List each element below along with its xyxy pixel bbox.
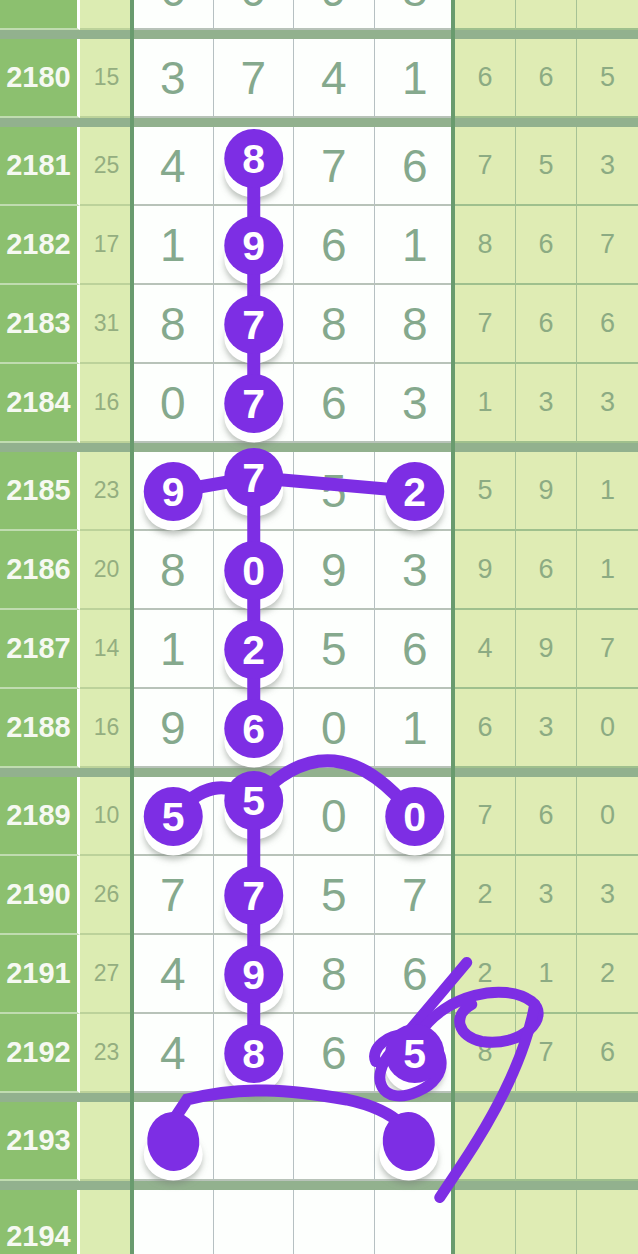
period-cell: 2181 xyxy=(0,127,80,206)
main-digit-cell[interactable]: 5 xyxy=(133,777,214,856)
period-cell: 2185 xyxy=(0,452,80,531)
extra-digit-cell: 7 xyxy=(455,127,516,206)
lottery-trend-chart-board: 2179236098034218015374166521812548767532… xyxy=(0,0,638,1254)
sum-cell: 25 xyxy=(80,127,133,206)
extra-digit-cell: 1 xyxy=(577,452,638,531)
extra-digit-cell: 0 xyxy=(455,0,516,30)
main-digit-cell[interactable]: 7 xyxy=(133,856,214,935)
extra-digit-cell: 0 xyxy=(577,689,638,768)
extra-digit-cell xyxy=(577,1102,638,1181)
main-digit-cell[interactable]: 6 xyxy=(133,0,214,30)
extra-digit-cell: 4 xyxy=(455,610,516,689)
extra-digit-cell: 6 xyxy=(516,39,577,118)
extra-digit-cell xyxy=(455,1190,516,1254)
extra-digit-cell: 9 xyxy=(516,452,577,531)
main-digit-cell[interactable]: 0 xyxy=(294,689,375,768)
sum-cell: 10 xyxy=(80,777,133,856)
main-digit-cell[interactable]: 7 xyxy=(375,856,456,935)
main-digit-cell[interactable]: 6 xyxy=(294,206,375,285)
main-digit-cell[interactable]: 1 xyxy=(133,206,214,285)
main-digit-cell[interactable]: 1 xyxy=(375,689,456,768)
main-digit-cell[interactable]: 0 xyxy=(214,531,295,610)
row-2184: 2184160763133 xyxy=(0,364,638,443)
main-digit-cell[interactable] xyxy=(375,1102,456,1181)
main-digit-cell[interactable]: 8 xyxy=(133,531,214,610)
extra-digit-cell: 2 xyxy=(577,935,638,1014)
period-cell: 2193 xyxy=(0,1102,80,1181)
sum-cell: 14 xyxy=(80,610,133,689)
sum-cell xyxy=(80,1190,133,1254)
main-digit-cell[interactable] xyxy=(133,1190,214,1254)
extra-digit-cell: 9 xyxy=(455,531,516,610)
main-digit-cell[interactable]: 0 xyxy=(214,0,295,30)
period-cell: 2182 xyxy=(0,206,80,285)
extra-digit-cell: 3 xyxy=(516,689,577,768)
period-cell: 2194 xyxy=(0,1190,80,1254)
extra-digit-cell: 6 xyxy=(577,285,638,364)
row-2183: 2183318788766 xyxy=(0,285,638,364)
group-separator xyxy=(0,118,638,127)
row-2192: 2192234865876 xyxy=(0,1014,638,1093)
extra-digit-cell: 3 xyxy=(516,364,577,443)
extra-digit-cell: 6 xyxy=(577,1014,638,1093)
main-digit-cell[interactable]: 3 xyxy=(375,364,456,443)
extra-digit-cell: 8 xyxy=(455,1014,516,1093)
main-digit-cell[interactable]: 0 xyxy=(294,777,375,856)
group-separator xyxy=(0,768,638,777)
extra-digit-cell: 6 xyxy=(516,206,577,285)
period-cell: 2192 xyxy=(0,1014,80,1093)
row-2194: 2194 xyxy=(0,1190,638,1254)
sum-cell xyxy=(80,1102,133,1181)
main-digit-cell[interactable]: 5 xyxy=(375,1014,456,1093)
period-cell: 2189 xyxy=(0,777,80,856)
extra-digit-cell xyxy=(516,1190,577,1254)
main-digit-cell[interactable]: 8 xyxy=(214,1014,295,1093)
sum-cell: 26 xyxy=(80,856,133,935)
main-digit-cell[interactable] xyxy=(214,1102,295,1181)
extra-digit-cell: 5 xyxy=(577,39,638,118)
period-cell: 2190 xyxy=(0,856,80,935)
row-2180: 2180153741665 xyxy=(0,39,638,118)
extra-digit-cell: 7 xyxy=(577,610,638,689)
main-digit-cell[interactable]: 7 xyxy=(294,127,375,206)
main-digit-cell[interactable] xyxy=(133,1102,214,1181)
main-digit-cell[interactable]: 7 xyxy=(214,856,295,935)
extra-digit-cell: 5 xyxy=(516,127,577,206)
row-2187: 2187141256497 xyxy=(0,610,638,689)
extra-digit-cell: 9 xyxy=(516,610,577,689)
main-digit-cell[interactable]: 6 xyxy=(294,364,375,443)
main-digit-cell[interactable]: 8 xyxy=(133,285,214,364)
main-digit-cell[interactable]: 9 xyxy=(214,935,295,1014)
main-digit-cell[interactable]: 8 xyxy=(294,935,375,1014)
sum-cell: 16 xyxy=(80,689,133,768)
row-2179: 2179236098034 xyxy=(0,0,638,30)
main-digit-cell[interactable]: 9 xyxy=(214,206,295,285)
main-digit-cell[interactable]: 8 xyxy=(375,0,456,30)
main-digit-cell[interactable]: 4 xyxy=(133,1014,214,1093)
main-digit-cell[interactable]: 7 xyxy=(214,285,295,364)
extra-digit-cell: 3 xyxy=(516,0,577,30)
main-digit-cell[interactable]: 1 xyxy=(133,610,214,689)
extra-digit-cell xyxy=(516,1102,577,1181)
main-digit-cell[interactable]: 4 xyxy=(294,39,375,118)
period-cell: 2186 xyxy=(0,531,80,610)
extra-digit-cell: 6 xyxy=(516,777,577,856)
extra-digit-cell: 7 xyxy=(516,1014,577,1093)
extra-digit-cell xyxy=(577,1190,638,1254)
period-cell: 2187 xyxy=(0,610,80,689)
extra-digit-cell: 5 xyxy=(455,452,516,531)
extra-digit-cell: 8 xyxy=(455,206,516,285)
extra-digit-cell: 4 xyxy=(577,0,638,30)
main-digit-cell[interactable]: 0 xyxy=(375,777,456,856)
trend-rows: 2179236098034218015374166521812548767532… xyxy=(0,0,638,1254)
group-separator xyxy=(0,443,638,452)
sum-cell: 23 xyxy=(80,0,133,30)
extra-digit-cell: 6 xyxy=(455,689,516,768)
row-2185: 2185239752591 xyxy=(0,452,638,531)
main-digit-cell[interactable]: 5 xyxy=(214,777,295,856)
extra-digit-cell: 3 xyxy=(516,856,577,935)
period-cell: 2184 xyxy=(0,364,80,443)
extra-digit-cell: 1 xyxy=(455,364,516,443)
block-border-right xyxy=(451,0,455,1254)
row-2191: 2191274986212 xyxy=(0,935,638,1014)
period-cell: 2180 xyxy=(0,39,80,118)
sum-cell: 16 xyxy=(80,364,133,443)
row-2186: 2186208093961 xyxy=(0,531,638,610)
sum-cell: 23 xyxy=(80,1014,133,1093)
main-digit-cell[interactable]: 4 xyxy=(133,935,214,1014)
main-digit-cell[interactable]: 0 xyxy=(133,364,214,443)
main-digit-cell[interactable]: 9 xyxy=(133,689,214,768)
sum-cell: 20 xyxy=(80,531,133,610)
sum-cell: 23 xyxy=(80,452,133,531)
row-2190: 2190267757233 xyxy=(0,856,638,935)
main-digit-cell[interactable]: 1 xyxy=(375,39,456,118)
extra-digit-cell xyxy=(455,1102,516,1181)
group-separator xyxy=(0,30,638,39)
period-cell: 2188 xyxy=(0,689,80,768)
main-digit-cell[interactable] xyxy=(294,1190,375,1254)
main-digit-cell[interactable]: 5 xyxy=(294,452,375,531)
main-digit-cell[interactable]: 2 xyxy=(214,610,295,689)
extra-digit-cell: 6 xyxy=(516,285,577,364)
main-digit-cell[interactable]: 9 xyxy=(294,531,375,610)
main-digit-cell[interactable]: 6 xyxy=(214,689,295,768)
extra-digit-cell: 7 xyxy=(455,285,516,364)
block-border-left xyxy=(130,0,134,1254)
main-digit-cell[interactable]: 9 xyxy=(294,0,375,30)
main-digit-cell[interactable]: 3 xyxy=(133,39,214,118)
main-digit-cell[interactable]: 8 xyxy=(214,127,295,206)
main-digit-cell[interactable]: 8 xyxy=(375,285,456,364)
main-digit-cell[interactable]: 6 xyxy=(375,610,456,689)
row-2182: 2182171961867 xyxy=(0,206,638,285)
main-digit-cell[interactable]: 4 xyxy=(133,127,214,206)
extra-digit-cell: 1 xyxy=(516,935,577,1014)
extra-digit-cell: 7 xyxy=(577,206,638,285)
period-cell: 2179 xyxy=(0,0,80,30)
main-digit-cell[interactable]: 1 xyxy=(375,206,456,285)
main-digit-cell[interactable]: 9 xyxy=(133,452,214,531)
main-digit-cell[interactable] xyxy=(375,1190,456,1254)
sum-cell: 27 xyxy=(80,935,133,1014)
group-separator xyxy=(0,1093,638,1102)
main-digit-cell[interactable]: 8 xyxy=(294,285,375,364)
sum-cell: 15 xyxy=(80,39,133,118)
main-digit-cell[interactable]: 5 xyxy=(294,610,375,689)
row-2189: 2189105500760 xyxy=(0,777,638,856)
main-digit-cell[interactable]: 5 xyxy=(294,856,375,935)
extra-digit-cell: 2 xyxy=(455,856,516,935)
sum-cell: 17 xyxy=(80,206,133,285)
extra-digit-cell: 1 xyxy=(577,531,638,610)
main-digit-cell[interactable]: 2 xyxy=(375,452,456,531)
main-digit-cell[interactable]: 7 xyxy=(214,452,295,531)
row-2188: 2188169601630 xyxy=(0,689,638,768)
main-digit-cell[interactable]: 7 xyxy=(214,364,295,443)
period-cell: 2191 xyxy=(0,935,80,1014)
extra-digit-cell: 7 xyxy=(455,777,516,856)
row-2193: 2193 xyxy=(0,1102,638,1181)
main-digit-cell[interactable]: 3 xyxy=(375,531,456,610)
main-digit-cell[interactable]: 6 xyxy=(294,1014,375,1093)
extra-digit-cell: 3 xyxy=(577,364,638,443)
main-digit-cell[interactable]: 6 xyxy=(375,127,456,206)
sum-cell: 31 xyxy=(80,285,133,364)
extra-digit-cell: 3 xyxy=(577,856,638,935)
period-cell: 2183 xyxy=(0,285,80,364)
extra-digit-cell: 2 xyxy=(455,935,516,1014)
row-2181: 2181254876753 xyxy=(0,127,638,206)
extra-digit-cell: 6 xyxy=(516,531,577,610)
main-digit-cell[interactable] xyxy=(294,1102,375,1181)
main-digit-cell[interactable]: 6 xyxy=(375,935,456,1014)
extra-digit-cell: 0 xyxy=(577,777,638,856)
main-digit-cell[interactable]: 7 xyxy=(214,39,295,118)
extra-digit-cell: 3 xyxy=(577,127,638,206)
group-separator xyxy=(0,1181,638,1190)
main-digit-cell[interactable] xyxy=(214,1190,295,1254)
extra-digit-cell: 6 xyxy=(455,39,516,118)
